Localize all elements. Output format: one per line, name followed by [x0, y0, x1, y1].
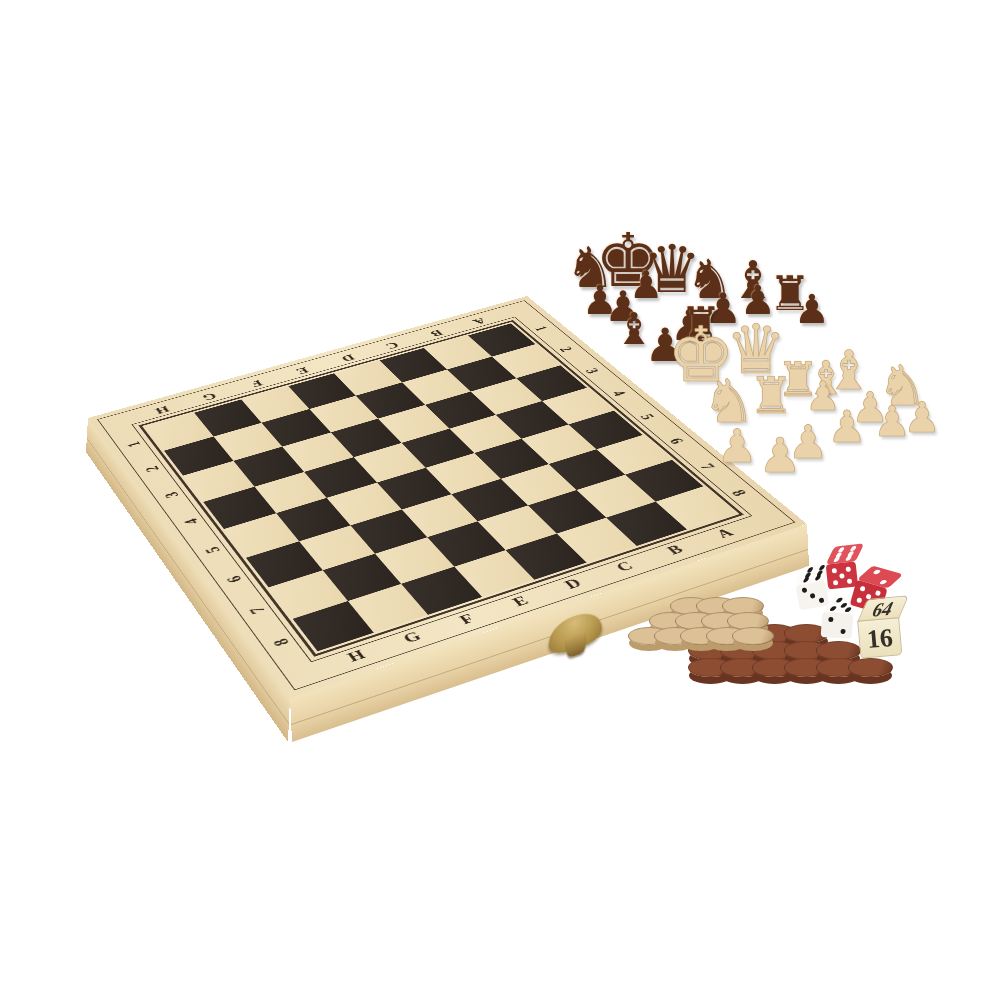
light-pawn: ♟: [785, 419, 831, 466]
light-pawn: ♟: [756, 431, 804, 480]
light-checkers-stack-disc: [732, 627, 774, 645]
die-pip: [860, 585, 866, 591]
dark-pawn: ♟: [627, 266, 665, 305]
light-knight: ♞: [874, 357, 930, 414]
light-pawn: ♟: [901, 397, 943, 440]
dark-pawn: ♟: [580, 280, 620, 321]
red-die-1-top-face: [826, 543, 865, 564]
light-pawn: ♟: [825, 405, 869, 450]
die-pip: [845, 556, 853, 562]
light-queen: ♛: [722, 315, 790, 384]
red-die-1: [824, 545, 858, 590]
dark-queen: ♛: [639, 236, 705, 303]
dark-king: ♚: [591, 223, 665, 298]
brass-clasp-latch: [548, 607, 603, 658]
dark-checkers-stack-disc: [848, 658, 893, 677]
die-pip: [839, 573, 844, 578]
red-die-1-front-face: [826, 561, 858, 589]
die-pip: [841, 629, 846, 634]
die-pip: [828, 617, 833, 622]
clasp-knob: [566, 631, 585, 659]
die-pip: [872, 569, 881, 574]
light-pawn: ♟: [803, 376, 843, 417]
die-pip: [875, 590, 881, 596]
light-pawn: ♟: [871, 401, 913, 444]
die-pip: [846, 566, 851, 571]
light-knight: ♞: [699, 371, 759, 432]
product-photo-scene: HGFEDCBAHGFEDCBA1234567812345678 ♞♚♛♞♝♜♟…: [0, 0, 1000, 1000]
doubling-cube-front-value: 16: [866, 623, 894, 654]
die-pip: [879, 579, 888, 584]
dark-pawn: ♟: [642, 322, 688, 369]
die-pip: [833, 557, 841, 563]
die-pip: [833, 579, 838, 584]
dark-rook: ♜: [677, 300, 725, 349]
doubling-cube-front-face: 16: [857, 617, 902, 659]
dark-pawn: ♟: [602, 286, 644, 329]
dark-knight: ♞: [683, 252, 737, 307]
light-pawn: ♟: [849, 387, 891, 430]
dark-pawn: ♟: [792, 289, 832, 330]
dark-bishop: ♝: [727, 254, 779, 307]
die-pip: [829, 606, 837, 611]
dark-bishop: ♝: [612, 307, 656, 352]
light-rook: ♜: [746, 371, 796, 422]
dark-pawn: ♟: [738, 280, 778, 321]
light-rook: ♜: [774, 355, 822, 404]
dark-rook: ♜: [766, 269, 814, 318]
die-pip: [801, 588, 807, 594]
dark-pawn: ♟: [702, 288, 744, 331]
dark-knight: ♞: [562, 239, 618, 296]
light-bishop: ♝: [803, 355, 849, 402]
white-die-2-front-face: [821, 612, 854, 639]
light-king: ♚: [663, 316, 739, 394]
die-pip: [810, 592, 816, 598]
die-pip: [831, 567, 836, 572]
dark-pawn: ♟: [668, 305, 710, 348]
doubling-cube: 64 16: [855, 596, 902, 660]
die-pip: [847, 578, 852, 583]
light-bishop: ♝: [822, 343, 876, 398]
die-pip: [844, 607, 852, 612]
